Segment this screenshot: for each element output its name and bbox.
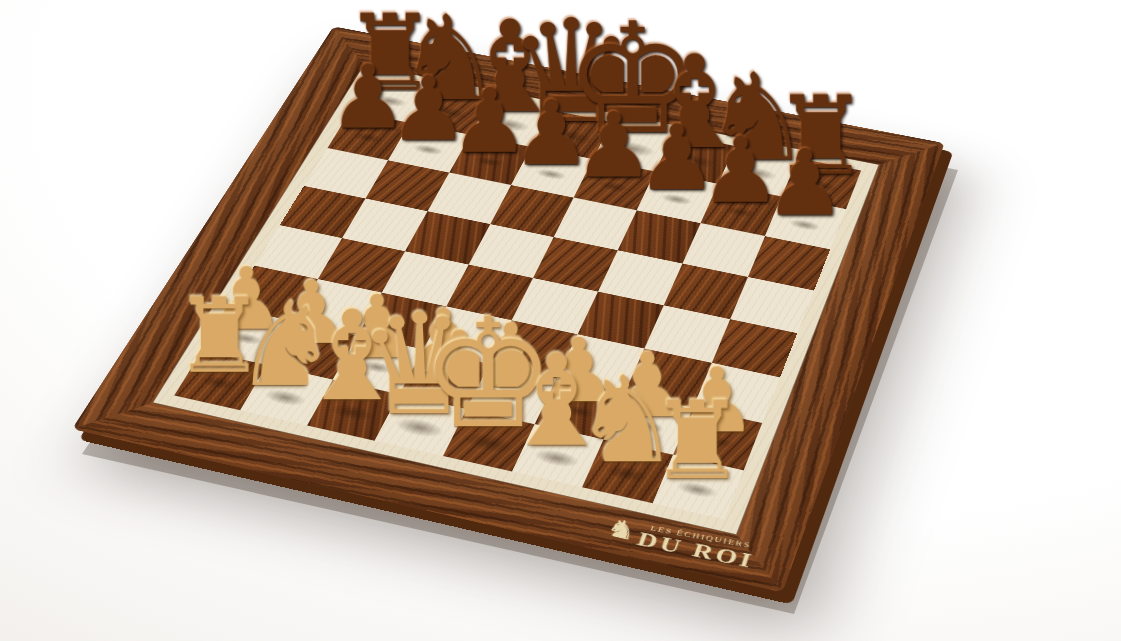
piece-black-pawn-h7: ♟ (764, 138, 846, 229)
piece-white-rook-h1: ♜ (649, 387, 745, 494)
product-photo-stage: ♜♞♝♛♚♝♞♜♟♟♟♟♟♟♟♟♟♟♟♟♟♟♟♟♜♞♝♛♚♝♞♜ ♞ LES É… (0, 0, 1121, 641)
square-h6 (748, 236, 830, 290)
